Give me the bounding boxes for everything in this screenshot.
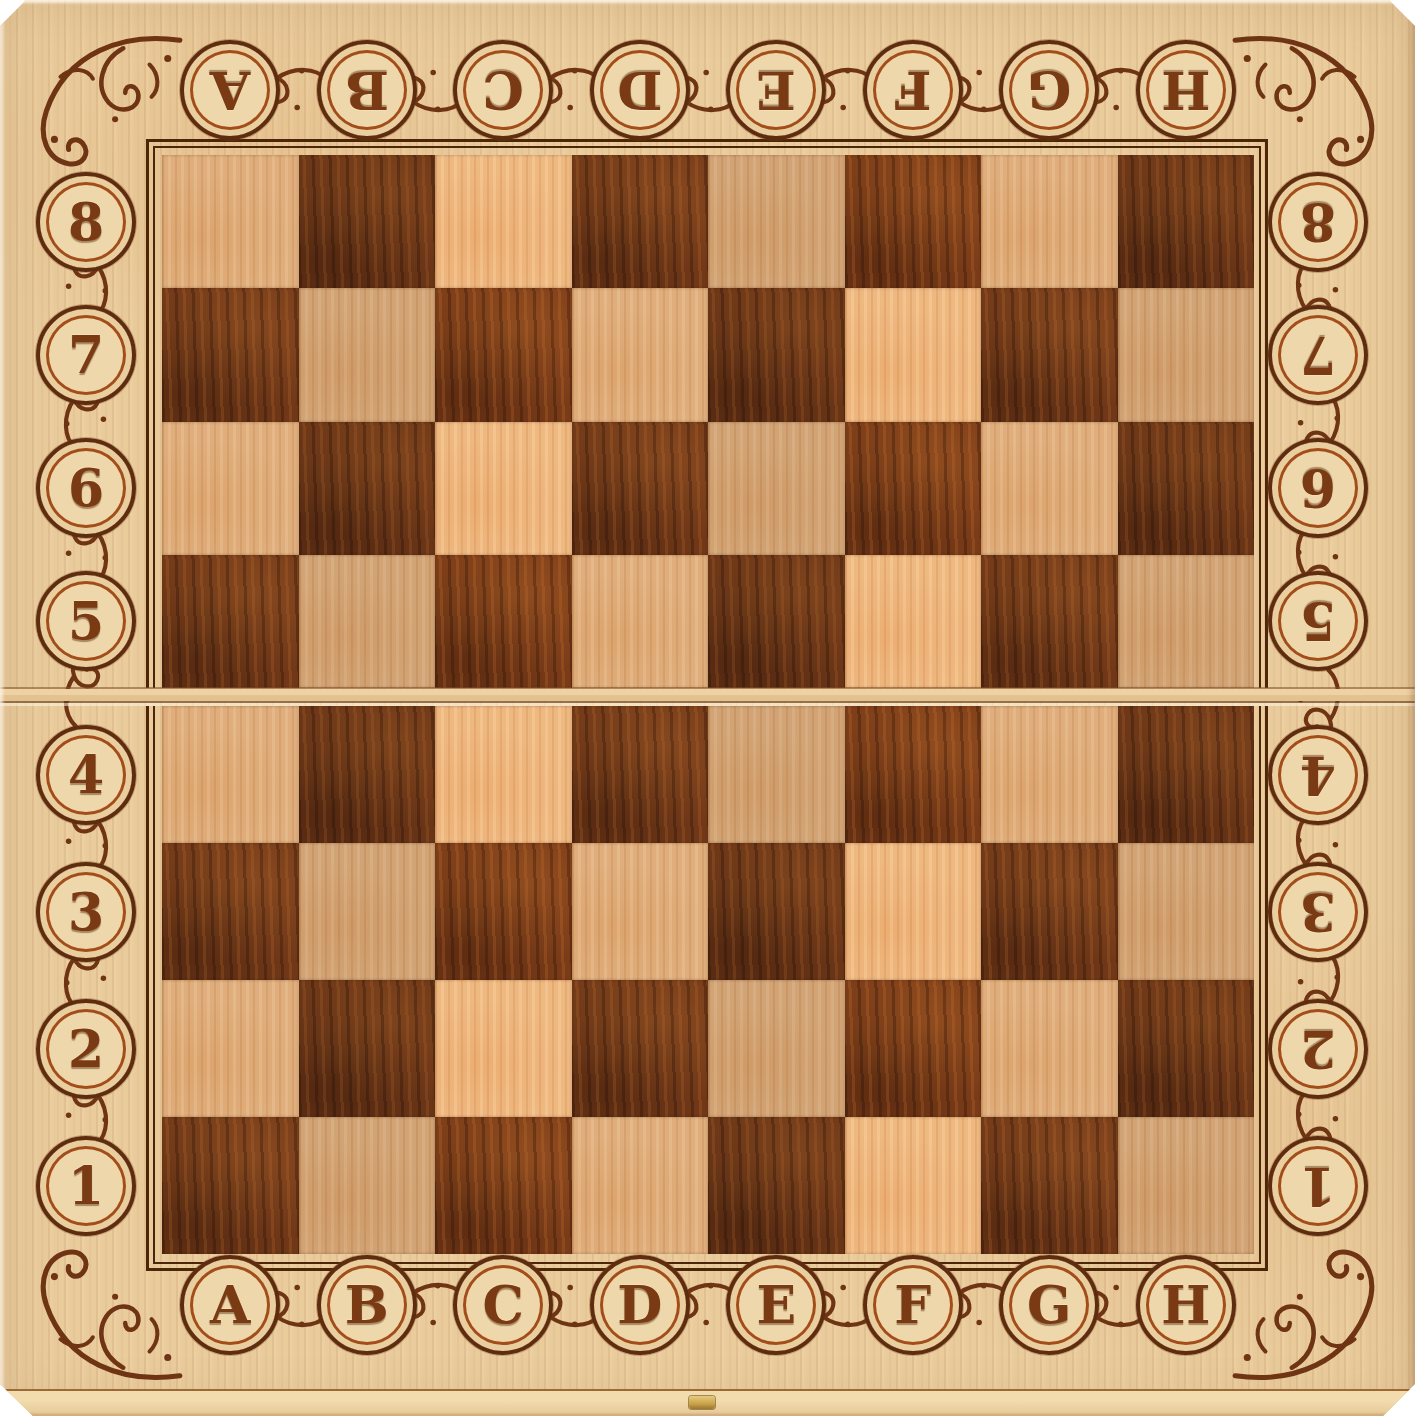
file-medallion-bottom-e: E bbox=[726, 1255, 826, 1355]
coordinate-label: B bbox=[345, 1279, 389, 1331]
square-d1[interactable] bbox=[572, 1117, 709, 1254]
square-f2[interactable] bbox=[845, 980, 982, 1117]
square-e6[interactable] bbox=[708, 422, 845, 555]
coordinate-label: 1 bbox=[68, 1160, 104, 1212]
coordinate-label: C bbox=[483, 1279, 524, 1331]
square-d7[interactable] bbox=[572, 288, 709, 421]
rank-medallion-left-8: 8 bbox=[36, 172, 136, 272]
coordinate-label: B bbox=[345, 64, 389, 116]
square-b1[interactable] bbox=[299, 1117, 436, 1254]
square-h6[interactable] bbox=[1118, 422, 1255, 555]
square-e1[interactable] bbox=[708, 1117, 845, 1254]
rank-medallion-left-1: 1 bbox=[36, 1136, 136, 1236]
rank-medallion-left-2: 2 bbox=[36, 999, 136, 1099]
square-d4[interactable] bbox=[572, 706, 709, 843]
coordinate-label: D bbox=[617, 1279, 662, 1331]
square-e3[interactable] bbox=[708, 843, 845, 980]
file-medallion-bottom-c: C bbox=[453, 1255, 553, 1355]
square-f1[interactable] bbox=[845, 1117, 982, 1254]
square-g4[interactable] bbox=[981, 706, 1118, 843]
rank-medallion-right-2: 2 bbox=[1268, 999, 1368, 1099]
square-b4[interactable] bbox=[299, 706, 436, 843]
square-f7[interactable] bbox=[845, 288, 982, 421]
rank-medallion-left-3: 3 bbox=[36, 862, 136, 962]
rank-medallion-left-6: 6 bbox=[36, 438, 136, 538]
chess-board-box: AA88BB77CC66DD55EE44FF33GG22HH11 bbox=[0, 0, 1415, 1416]
square-a8[interactable] bbox=[162, 155, 299, 288]
clasp-icon bbox=[689, 1396, 715, 1409]
rank-medallion-right-1: 1 bbox=[1268, 1136, 1368, 1236]
square-e2[interactable] bbox=[708, 980, 845, 1117]
square-c1[interactable] bbox=[435, 1117, 572, 1254]
square-b2[interactable] bbox=[299, 980, 436, 1117]
coordinate-label: 1 bbox=[1300, 1160, 1336, 1212]
square-f3[interactable] bbox=[845, 843, 982, 980]
rank-medallion-right-8: 8 bbox=[1268, 172, 1368, 272]
file-medallion-top-e: E bbox=[726, 40, 826, 140]
coordinate-label: 7 bbox=[1300, 329, 1336, 381]
coordinate-label: F bbox=[894, 64, 931, 116]
square-d6[interactable] bbox=[572, 422, 709, 555]
square-e5[interactable] bbox=[708, 555, 845, 688]
file-medallion-top-g: G bbox=[999, 40, 1099, 140]
coordinate-label: 3 bbox=[1300, 886, 1336, 938]
file-medallion-bottom-b: B bbox=[317, 1255, 417, 1355]
file-medallion-top-a: A bbox=[180, 40, 280, 140]
file-medallion-top-h: H bbox=[1136, 40, 1236, 140]
square-g1[interactable] bbox=[981, 1117, 1118, 1254]
square-b6[interactable] bbox=[299, 422, 436, 555]
coordinate-label: 8 bbox=[68, 196, 104, 248]
square-a2[interactable] bbox=[162, 980, 299, 1117]
rank-medallion-right-3: 3 bbox=[1268, 862, 1368, 962]
square-h1[interactable] bbox=[1118, 1117, 1255, 1254]
square-e7[interactable] bbox=[708, 288, 845, 421]
file-medallion-bottom-d: D bbox=[590, 1255, 690, 1355]
coordinate-label: 4 bbox=[1300, 749, 1336, 801]
coordinate-label: 8 bbox=[1300, 196, 1336, 248]
square-c2[interactable] bbox=[435, 980, 572, 1117]
square-d2[interactable] bbox=[572, 980, 709, 1117]
square-h5[interactable] bbox=[1118, 555, 1255, 688]
file-medallion-top-c: C bbox=[453, 40, 553, 140]
chessboard-lower-half bbox=[162, 706, 1254, 1254]
square-g3[interactable] bbox=[981, 843, 1118, 980]
square-h3[interactable] bbox=[1118, 843, 1255, 980]
square-d3[interactable] bbox=[572, 843, 709, 980]
fold-seam bbox=[0, 687, 1415, 706]
rank-medallion-right-5: 5 bbox=[1268, 571, 1368, 671]
coordinate-label: 3 bbox=[68, 886, 104, 938]
square-c7[interactable] bbox=[435, 288, 572, 421]
square-a7[interactable] bbox=[162, 288, 299, 421]
square-c8[interactable] bbox=[435, 155, 572, 288]
square-a1[interactable] bbox=[162, 1117, 299, 1254]
file-medallion-bottom-f: F bbox=[863, 1255, 963, 1355]
square-e4[interactable] bbox=[708, 706, 845, 843]
file-medallion-bottom-a: A bbox=[180, 1255, 280, 1355]
square-b5[interactable] bbox=[299, 555, 436, 688]
rank-medallion-left-7: 7 bbox=[36, 305, 136, 405]
square-h7[interactable] bbox=[1118, 288, 1255, 421]
square-d8[interactable] bbox=[572, 155, 709, 288]
square-g8[interactable] bbox=[981, 155, 1118, 288]
square-f8[interactable] bbox=[845, 155, 982, 288]
file-medallion-top-b: B bbox=[317, 40, 417, 140]
square-h8[interactable] bbox=[1118, 155, 1255, 288]
square-c5[interactable] bbox=[435, 555, 572, 688]
square-a6[interactable] bbox=[162, 422, 299, 555]
square-f6[interactable] bbox=[845, 422, 982, 555]
square-g2[interactable] bbox=[981, 980, 1118, 1117]
coordinate-label: F bbox=[894, 1279, 931, 1331]
coordinate-label: H bbox=[1161, 64, 1210, 116]
square-e8[interactable] bbox=[708, 155, 845, 288]
square-h2[interactable] bbox=[1118, 980, 1255, 1117]
square-c3[interactable] bbox=[435, 843, 572, 980]
coordinate-label: 7 bbox=[68, 329, 104, 381]
rank-medallion-right-7: 7 bbox=[1268, 305, 1368, 405]
file-medallion-top-f: F bbox=[863, 40, 963, 140]
coordinate-label: E bbox=[756, 1279, 796, 1331]
coordinate-label: 4 bbox=[68, 749, 104, 801]
square-h4[interactable] bbox=[1118, 706, 1255, 843]
square-a4[interactable] bbox=[162, 706, 299, 843]
square-c4[interactable] bbox=[435, 706, 572, 843]
coordinate-label: 2 bbox=[1300, 1023, 1336, 1075]
square-a5[interactable] bbox=[162, 555, 299, 688]
coordinate-label: D bbox=[617, 64, 662, 116]
coordinate-label: G bbox=[1027, 1279, 1071, 1331]
coordinate-label: 6 bbox=[68, 462, 104, 514]
coordinate-label: A bbox=[210, 64, 250, 116]
rank-medallion-left-5: 5 bbox=[36, 571, 136, 671]
coordinate-label: C bbox=[483, 64, 524, 116]
square-b3[interactable] bbox=[299, 843, 436, 980]
coordinate-label: G bbox=[1027, 64, 1071, 116]
file-medallion-top-d: D bbox=[590, 40, 690, 140]
coordinate-label: 2 bbox=[68, 1023, 104, 1075]
chessboard-upper-half bbox=[162, 155, 1254, 688]
file-medallion-bottom-g: G bbox=[999, 1255, 1099, 1355]
coordinate-label: 5 bbox=[68, 595, 104, 647]
rank-medallion-left-4: 4 bbox=[36, 725, 136, 825]
coordinate-label: 6 bbox=[1300, 462, 1336, 514]
square-g7[interactable] bbox=[981, 288, 1118, 421]
file-medallion-bottom-h: H bbox=[1136, 1255, 1236, 1355]
rank-medallion-right-4: 4 bbox=[1268, 725, 1368, 825]
square-g5[interactable] bbox=[981, 555, 1118, 688]
square-b7[interactable] bbox=[299, 288, 436, 421]
square-a3[interactable] bbox=[162, 843, 299, 980]
box-bottom-edge bbox=[0, 1389, 1415, 1416]
square-g6[interactable] bbox=[981, 422, 1118, 555]
square-b8[interactable] bbox=[299, 155, 436, 288]
coordinate-label: 5 bbox=[1300, 595, 1336, 647]
coordinate-label: E bbox=[756, 64, 796, 116]
square-c6[interactable] bbox=[435, 422, 572, 555]
square-f5[interactable] bbox=[845, 555, 982, 688]
square-f4[interactable] bbox=[845, 706, 982, 843]
square-d5[interactable] bbox=[572, 555, 709, 688]
coordinate-label: H bbox=[1161, 1279, 1210, 1331]
coordinate-label: A bbox=[210, 1279, 250, 1331]
rank-medallion-right-6: 6 bbox=[1268, 438, 1368, 538]
